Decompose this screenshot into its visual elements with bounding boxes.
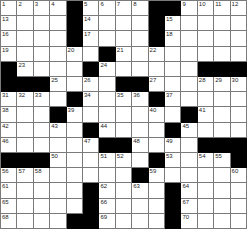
cell-r1c4[interactable]: 4 — [50, 1, 66, 16]
cell-r13c7[interactable]: 62 — [99, 183, 115, 198]
cell-r3c8[interactable] — [116, 31, 132, 46]
clue-number: 54 — [199, 153, 206, 160]
cell-r15c4[interactable] — [50, 214, 66, 229]
black-cell-r10c13 — [198, 138, 214, 153]
clue-number: 24 — [100, 62, 107, 69]
cell-r4c6[interactable] — [83, 47, 99, 62]
cell-r5c5[interactable] — [67, 62, 83, 77]
cell-r4c1[interactable]: 19 — [1, 47, 17, 62]
cell-r15c7[interactable]: 69 — [99, 214, 115, 229]
cell-r12c2[interactable]: 57 — [17, 168, 33, 183]
cell-r12c1[interactable]: 56 — [1, 168, 17, 183]
black-cell-r11c10 — [149, 153, 165, 168]
cell-r6c15[interactable]: 30 — [231, 77, 247, 92]
cell-r4c13[interactable] — [198, 47, 214, 62]
cell-r8c13[interactable]: 41 — [198, 107, 214, 122]
clue-number: 5 — [84, 1, 87, 8]
clue-number: 16 — [2, 31, 9, 38]
cell-r14c12[interactable]: 67 — [181, 199, 197, 214]
black-cell-r14c11 — [165, 199, 181, 214]
cell-r11c8[interactable]: 52 — [116, 153, 132, 168]
cell-r7c9[interactable]: 36 — [132, 92, 148, 107]
black-cell-r6c9 — [132, 77, 148, 92]
clue-number: 11 — [215, 1, 221, 8]
cell-r10c9[interactable]: 48 — [132, 138, 148, 153]
cell-r4c3[interactable] — [34, 47, 50, 62]
cell-r11c4[interactable]: 50 — [50, 153, 66, 168]
clue-number: 1 — [2, 1, 5, 8]
cell-r2c4[interactable] — [50, 16, 66, 31]
clue-number: 3 — [35, 1, 38, 8]
cell-r3c2[interactable] — [17, 31, 33, 46]
clue-number: 64 — [182, 183, 189, 190]
clue-number: 29 — [215, 77, 222, 84]
clue-number: 38 — [2, 107, 9, 114]
black-cell-r5c13 — [198, 62, 214, 77]
cell-r15c8[interactable] — [116, 214, 132, 229]
black-cell-r3c5 — [67, 31, 83, 46]
cell-r3c6[interactable]: 17 — [83, 31, 99, 46]
cell-r7c13[interactable] — [198, 92, 214, 107]
clue-number: 35 — [117, 92, 124, 99]
black-cell-r9c11 — [165, 123, 181, 138]
cell-r14c14[interactable] — [214, 199, 230, 214]
clue-number: 61 — [2, 183, 9, 190]
cell-r13c14[interactable] — [214, 183, 230, 198]
cell-r4c12[interactable] — [181, 47, 197, 62]
black-cell-r1c10 — [149, 1, 165, 16]
cell-r6c4[interactable]: 25 — [50, 77, 66, 92]
cell-r9c9[interactable] — [132, 123, 148, 138]
cell-r5c2[interactable]: 23 — [17, 62, 33, 77]
cell-r15c3[interactable] — [34, 214, 50, 229]
cell-r4c11[interactable] — [165, 47, 181, 62]
black-cell-r2c5 — [67, 16, 83, 31]
cell-r12c8[interactable] — [116, 168, 132, 183]
cell-r5c4[interactable] — [50, 62, 66, 77]
cell-r12c6[interactable] — [83, 168, 99, 183]
cell-r6c5[interactable] — [67, 77, 83, 92]
clue-number: 69 — [100, 214, 107, 221]
clue-number: 4 — [51, 1, 54, 8]
cell-r12c10[interactable]: 59 — [149, 168, 165, 183]
cell-r9c13[interactable] — [198, 123, 214, 138]
cell-r12c4[interactable] — [50, 168, 66, 183]
cell-r1c9[interactable]: 8 — [132, 1, 148, 16]
cell-r6c12[interactable] — [181, 77, 197, 92]
clue-number: 59 — [150, 168, 157, 175]
cell-r15c1[interactable]: 68 — [1, 214, 17, 229]
cell-r15c15[interactable] — [231, 214, 247, 229]
cell-r9c7[interactable]: 44 — [99, 123, 115, 138]
black-cell-r7c10 — [149, 92, 165, 107]
black-cell-r14c6 — [83, 199, 99, 214]
clue-number: 17 — [84, 31, 91, 38]
cell-r12c15[interactable]: 60 — [231, 168, 247, 183]
clue-number: 30 — [232, 77, 239, 84]
clue-number: 49 — [166, 138, 173, 145]
clue-number: 43 — [51, 123, 58, 130]
clue-number: 33 — [35, 92, 42, 99]
black-cell-r15c6 — [83, 214, 99, 229]
cell-r15c2[interactable] — [17, 214, 33, 229]
cell-r15c9[interactable] — [132, 214, 148, 229]
black-cell-r5c14 — [214, 62, 230, 77]
cell-r14c9[interactable] — [132, 199, 148, 214]
clue-number: 63 — [133, 183, 140, 190]
cell-r13c1[interactable]: 61 — [1, 183, 17, 198]
cell-r4c5[interactable]: 20 — [67, 47, 83, 62]
clue-number: 68 — [2, 214, 9, 221]
clue-number: 32 — [18, 92, 25, 99]
clue-number: 41 — [199, 107, 206, 114]
cell-r9c14[interactable] — [214, 123, 230, 138]
cell-r3c14[interactable] — [214, 31, 230, 46]
clue-number: 62 — [100, 183, 107, 190]
cell-r7c3[interactable]: 33 — [34, 92, 50, 107]
cell-r8c6[interactable] — [83, 107, 99, 122]
cell-r3c11[interactable]: 18 — [165, 31, 181, 46]
clue-number: 15 — [166, 16, 173, 23]
clue-number: 7 — [117, 1, 120, 8]
cell-r4c8[interactable]: 21 — [116, 47, 132, 62]
cell-r4c2[interactable] — [17, 47, 33, 62]
cell-r3c9[interactable] — [132, 31, 148, 46]
cell-r8c14[interactable] — [214, 107, 230, 122]
cell-r5c10[interactable] — [149, 62, 165, 77]
cell-r14c4[interactable] — [50, 199, 66, 214]
cell-r6c6[interactable]: 26 — [83, 77, 99, 92]
black-cell-r4c7 — [99, 47, 115, 62]
clue-number: 70 — [182, 214, 189, 221]
black-cell-r9c6 — [83, 123, 99, 138]
cell-r2c15[interactable] — [231, 16, 247, 31]
black-cell-r10c7 — [99, 138, 115, 153]
black-cell-r6c1 — [1, 77, 17, 92]
cell-r7c7[interactable] — [99, 92, 115, 107]
cell-r3c13[interactable] — [198, 31, 214, 46]
black-cell-r6c2 — [17, 77, 33, 92]
cell-r3c7[interactable] — [99, 31, 115, 46]
cell-r13c15[interactable] — [231, 183, 247, 198]
cell-r15c12[interactable]: 70 — [181, 214, 197, 229]
black-cell-r5c15 — [231, 62, 247, 77]
cell-r2c9[interactable] — [132, 16, 148, 31]
cell-r5c8[interactable] — [116, 62, 132, 77]
cell-r5c12[interactable] — [181, 62, 197, 77]
black-cell-r10c8 — [116, 138, 132, 153]
clue-number: 39 — [68, 107, 75, 114]
cell-r7c2[interactable]: 32 — [17, 92, 33, 107]
clue-number: 19 — [2, 47, 9, 54]
black-cell-r13c11 — [165, 183, 181, 198]
cell-r1c3[interactable]: 3 — [34, 1, 50, 16]
clue-number: 58 — [35, 168, 42, 175]
clue-number: 22 — [150, 47, 157, 54]
clue-number: 23 — [18, 62, 25, 69]
cell-r3c15[interactable] — [231, 31, 247, 46]
cell-r8c8[interactable] — [116, 107, 132, 122]
black-cell-r15c5 — [67, 214, 83, 229]
black-cell-r5c1 — [1, 62, 17, 77]
cell-r8c7[interactable] — [99, 107, 115, 122]
cell-r8c2[interactable] — [17, 107, 33, 122]
clue-number: 65 — [2, 199, 9, 206]
clue-number: 14 — [84, 16, 91, 23]
cell-r5c11[interactable] — [165, 62, 181, 77]
cell-r3c3[interactable] — [34, 31, 50, 46]
cell-r1c1[interactable]: 1 — [1, 1, 17, 16]
clue-number: 26 — [84, 77, 91, 84]
clue-number: 37 — [166, 92, 173, 99]
cell-r12c11[interactable] — [165, 168, 181, 183]
black-cell-r11c15 — [231, 153, 247, 168]
cell-r2c8[interactable] — [116, 16, 132, 31]
clue-number: 6 — [100, 1, 103, 8]
cell-r8c9[interactable] — [132, 107, 148, 122]
cell-r4c14[interactable] — [214, 47, 230, 62]
clue-number: 10 — [199, 1, 206, 8]
cell-r11c5[interactable] — [67, 153, 83, 168]
cell-r7c1[interactable]: 31 — [1, 92, 17, 107]
clue-number: 47 — [84, 138, 91, 145]
cell-r11c7[interactable]: 51 — [99, 153, 115, 168]
clue-number: 66 — [100, 199, 107, 206]
cell-r11c6[interactable] — [83, 153, 99, 168]
clue-number: 9 — [182, 1, 185, 8]
cell-r10c11[interactable]: 49 — [165, 138, 181, 153]
cell-r2c14[interactable] — [214, 16, 230, 31]
cell-r1c6[interactable]: 5 — [83, 1, 99, 16]
cell-r1c12[interactable]: 9 — [181, 1, 197, 16]
black-cell-r3c10 — [149, 31, 165, 46]
clue-number: 56 — [2, 168, 9, 175]
black-cell-r13c6 — [83, 183, 99, 198]
clue-number: 34 — [84, 92, 91, 99]
cell-r14c15[interactable] — [231, 199, 247, 214]
cell-r12c3[interactable]: 58 — [34, 168, 50, 183]
cell-r8c1[interactable]: 38 — [1, 107, 17, 122]
cell-r1c15[interactable]: 12 — [231, 1, 247, 16]
cell-r9c15[interactable] — [231, 123, 247, 138]
cell-r3c1[interactable]: 16 — [1, 31, 17, 46]
cell-r10c6[interactable]: 47 — [83, 138, 99, 153]
black-cell-r12c9 — [132, 168, 148, 183]
cell-r6c13[interactable]: 28 — [198, 77, 214, 92]
cell-r13c3[interactable] — [34, 183, 50, 198]
cell-r15c14[interactable] — [214, 214, 230, 229]
cell-r14c8[interactable] — [116, 199, 132, 214]
cell-r12c13[interactable] — [198, 168, 214, 183]
cell-r7c12[interactable] — [181, 92, 197, 107]
clue-number: 53 — [166, 153, 173, 160]
cell-r10c4[interactable] — [50, 138, 66, 153]
cell-r1c13[interactable]: 10 — [198, 1, 214, 16]
cell-r14c13[interactable] — [198, 199, 214, 214]
cell-r14c5[interactable] — [67, 199, 83, 214]
clue-number: 48 — [133, 138, 140, 145]
clue-number: 27 — [150, 77, 157, 84]
cell-r13c8[interactable] — [116, 183, 132, 198]
cell-r1c14[interactable]: 11 — [214, 1, 230, 16]
cell-r7c6[interactable]: 34 — [83, 92, 99, 107]
cell-r2c12[interactable] — [181, 16, 197, 31]
cell-r10c10[interactable] — [149, 138, 165, 153]
black-cell-r5c6 — [83, 62, 99, 77]
black-cell-r10c15 — [231, 138, 247, 153]
cell-r12c14[interactable] — [214, 168, 230, 183]
black-cell-r8c4 — [50, 107, 66, 122]
clue-number: 20 — [68, 47, 75, 54]
clue-number: 45 — [182, 123, 189, 130]
cell-r6c10[interactable]: 27 — [149, 77, 165, 92]
cell-r10c1[interactable]: 46 — [1, 138, 17, 153]
cell-r9c4[interactable]: 43 — [50, 123, 66, 138]
cell-r9c1[interactable]: 42 — [1, 123, 17, 138]
black-cell-r8c12 — [181, 107, 197, 122]
clue-number: 12 — [232, 1, 239, 8]
cell-r13c10[interactable] — [149, 183, 165, 198]
cell-r9c12[interactable]: 45 — [181, 123, 197, 138]
cell-r14c2[interactable] — [17, 199, 33, 214]
cell-r10c2[interactable] — [17, 138, 33, 153]
cell-r1c7[interactable]: 6 — [99, 1, 115, 16]
cell-r8c5[interactable]: 39 — [67, 107, 83, 122]
cell-r9c2[interactable] — [17, 123, 33, 138]
cell-r5c7[interactable]: 24 — [99, 62, 115, 77]
cell-r8c11[interactable] — [165, 107, 181, 122]
cell-r12c5[interactable] — [67, 168, 83, 183]
clue-number: 31 — [2, 92, 9, 99]
cell-r7c8[interactable]: 35 — [116, 92, 132, 107]
cell-r15c10[interactable] — [149, 214, 165, 229]
clue-number: 60 — [232, 168, 239, 175]
clue-number: 42 — [2, 123, 9, 130]
cell-r1c2[interactable]: 2 — [17, 1, 33, 16]
cell-r2c3[interactable] — [34, 16, 50, 31]
clue-number: 36 — [133, 92, 140, 99]
cell-r6c7[interactable] — [99, 77, 115, 92]
cell-r13c9[interactable]: 63 — [132, 183, 148, 198]
black-cell-r2c10 — [149, 16, 165, 31]
clue-number: 28 — [199, 77, 206, 84]
clue-number: 40 — [150, 107, 157, 114]
clue-number: 13 — [2, 16, 9, 23]
cell-r2c13[interactable] — [198, 16, 214, 31]
cell-r7c11[interactable]: 37 — [165, 92, 181, 107]
cell-r6c14[interactable]: 29 — [214, 77, 230, 92]
cell-r11c13[interactable]: 54 — [198, 153, 214, 168]
clue-number: 18 — [166, 31, 173, 38]
cell-r13c4[interactable] — [50, 183, 66, 198]
cell-r9c10[interactable] — [149, 123, 165, 138]
cell-r8c3[interactable] — [34, 107, 50, 122]
clue-number: 44 — [100, 123, 107, 130]
cell-r9c8[interactable] — [116, 123, 132, 138]
clue-number: 51 — [100, 153, 107, 160]
black-cell-r11c1 — [1, 153, 17, 168]
cell-r11c11[interactable]: 53 — [165, 153, 181, 168]
cell-r2c11[interactable]: 15 — [165, 16, 181, 31]
clue-number: 57 — [18, 168, 25, 175]
cell-r11c14[interactable]: 55 — [214, 153, 230, 168]
cell-r12c12[interactable] — [181, 168, 197, 183]
cell-r12c7[interactable] — [99, 168, 115, 183]
cell-r2c6[interactable]: 14 — [83, 16, 99, 31]
black-cell-r15c11 — [165, 214, 181, 229]
clue-number: 55 — [215, 153, 222, 160]
black-cell-r1c11 — [165, 1, 181, 16]
black-cell-r6c3 — [34, 77, 50, 92]
black-cell-r6c8 — [116, 77, 132, 92]
cell-r4c15[interactable] — [231, 47, 247, 62]
black-cell-r10c14 — [214, 138, 230, 153]
cell-r13c5[interactable] — [67, 183, 83, 198]
cell-r8c10[interactable]: 40 — [149, 107, 165, 122]
cell-r11c12[interactable] — [181, 153, 197, 168]
cell-r13c12[interactable]: 64 — [181, 183, 197, 198]
black-cell-r7c5 — [67, 92, 83, 107]
cell-r2c2[interactable] — [17, 16, 33, 31]
cell-r2c1[interactable]: 13 — [1, 16, 17, 31]
clue-number: 50 — [51, 153, 58, 160]
cell-r14c1[interactable]: 65 — [1, 199, 17, 214]
cell-r9c3[interactable] — [34, 123, 50, 138]
clue-number: 46 — [2, 138, 9, 145]
cell-r11c9[interactable] — [132, 153, 148, 168]
cell-r7c14[interactable] — [214, 92, 230, 107]
crossword-grid: 1234567891011121314151617181920212223242… — [0, 0, 247, 229]
cell-r15c13[interactable] — [198, 214, 214, 229]
clue-number: 8 — [133, 1, 136, 8]
cell-r7c4[interactable] — [50, 92, 66, 107]
cell-r1c8[interactable]: 7 — [116, 1, 132, 16]
cell-r4c4[interactable] — [50, 47, 66, 62]
cell-r14c10[interactable] — [149, 199, 165, 214]
cell-r3c12[interactable] — [181, 31, 197, 46]
cell-r10c12[interactable] — [181, 138, 197, 153]
cell-r3c4[interactable] — [50, 31, 66, 46]
cell-r9c5[interactable] — [67, 123, 83, 138]
black-cell-r11c3 — [34, 153, 50, 168]
cell-r8c15[interactable] — [231, 107, 247, 122]
cell-r4c10[interactable]: 22 — [149, 47, 165, 62]
clue-number: 21 — [117, 47, 124, 54]
cell-r6c11[interactable] — [165, 77, 181, 92]
cell-r4c9[interactable] — [132, 47, 148, 62]
clue-number: 2 — [18, 1, 21, 8]
cell-r5c3[interactable] — [34, 62, 50, 77]
cell-r7c15[interactable] — [231, 92, 247, 107]
cell-r10c5[interactable] — [67, 138, 83, 153]
cell-r13c13[interactable] — [198, 183, 214, 198]
cell-r2c7[interactable] — [99, 16, 115, 31]
clue-number: 25 — [51, 77, 58, 84]
cell-r5c9[interactable] — [132, 62, 148, 77]
clue-number: 67 — [182, 199, 189, 206]
black-cell-r1c5 — [67, 1, 83, 16]
cell-r10c3[interactable] — [34, 138, 50, 153]
cell-r14c3[interactable] — [34, 199, 50, 214]
cell-r14c7[interactable]: 66 — [99, 199, 115, 214]
black-cell-r11c2 — [17, 153, 33, 168]
cell-r13c2[interactable] — [17, 183, 33, 198]
clue-number: 52 — [117, 153, 124, 160]
